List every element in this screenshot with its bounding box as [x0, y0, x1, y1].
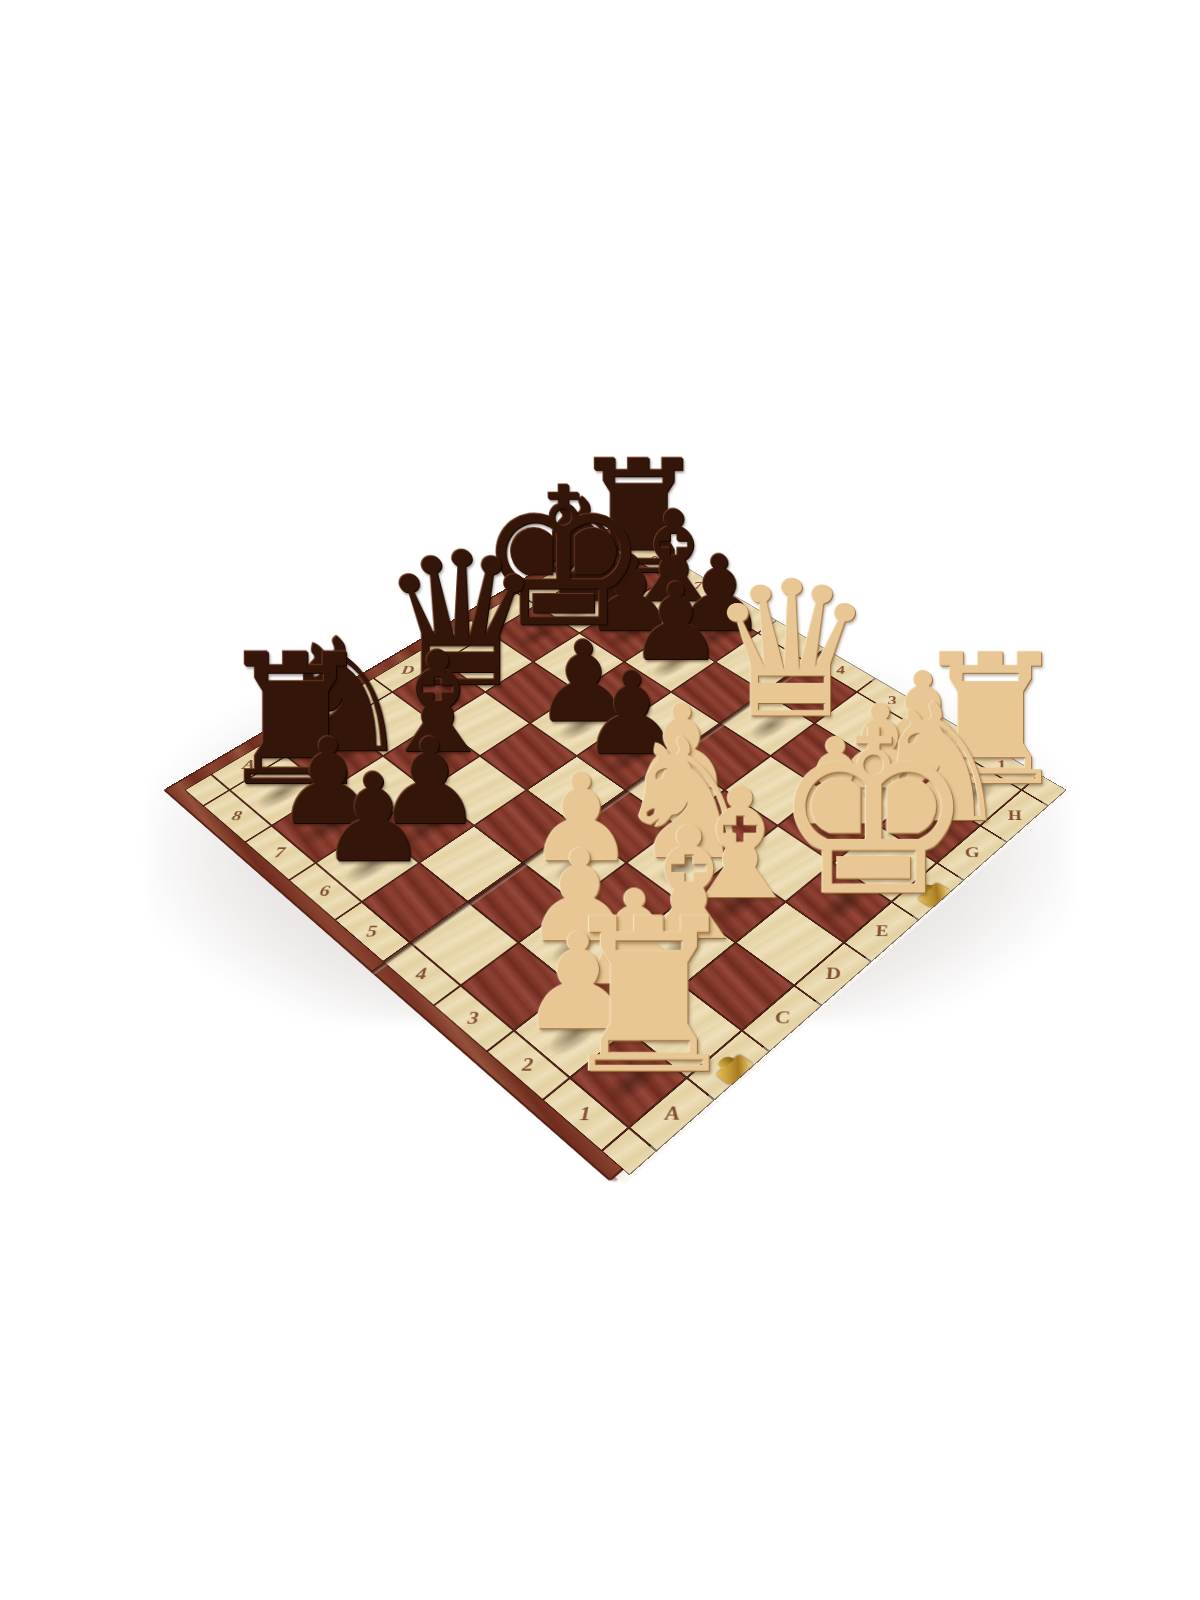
board-frame: ABCDEFGH8♜♞♛♚♞♜87♟♝♟♝76♟♟♟♟♟65♟54♟♟♛43♟♞… [163, 527, 1057, 1181]
scene: ABCDEFGH8♜♞♛♚♞♜87♟♝♟♝76♟♟♟♟♟65♟54♟♟♛43♟♞… [0, 0, 1200, 1600]
coordinate-label-text: 2 [522, 1054, 534, 1075]
coordinate-label-text: 3 [467, 1008, 479, 1028]
coordinate-label-text: 6 [318, 882, 331, 900]
white-king-glyph: ♚ [771, 721, 921, 908]
black-pawn-glyph: ♟ [300, 768, 447, 868]
chess-board: ABCDEFGH8♜♞♛♚♞♜87♟♝♟♝76♟♟♟♟♟65♟54♟♟♛43♟♞… [163, 527, 1057, 1181]
coordinate-label-text: 1 [579, 1103, 591, 1125]
coordinate-label-text: A [664, 1103, 680, 1125]
coordinate-label-text: 4 [415, 964, 428, 983]
coordinate-label-text: C [774, 1008, 790, 1028]
product-photo-chess-set: { "game": "chess", "scene": "overhead-an… [0, 0, 1200, 1600]
coordinate-label-text: 8 [230, 808, 243, 824]
white-rook-glyph: ♜ [553, 909, 719, 1084]
coordinate-label-text: E [873, 922, 890, 940]
coordinate-label-text: 7 [273, 844, 286, 861]
board-grid: ABCDEFGH8♜♞♛♚♞♜87♟♝♟♝76♟♟♟♟♟65♟54♟♟♛43♟♞… [186, 531, 1066, 1174]
coordinate-label-text: D [824, 964, 842, 983]
coordinate-label-text: 5 [366, 922, 379, 940]
